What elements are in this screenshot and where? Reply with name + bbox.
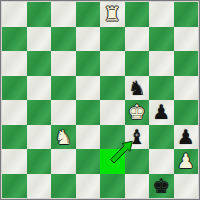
square-b5[interactable] xyxy=(27,76,52,101)
square-f4[interactable]: ♚ xyxy=(125,100,150,125)
square-c4[interactable] xyxy=(51,100,76,125)
square-g6[interactable] xyxy=(149,51,174,76)
square-g4[interactable]: ♟ xyxy=(149,100,174,125)
square-h4[interactable] xyxy=(174,100,199,125)
square-e5[interactable] xyxy=(100,76,125,101)
square-e3[interactable] xyxy=(100,125,125,150)
square-h3[interactable]: ♟ xyxy=(174,125,199,150)
square-b1[interactable] xyxy=(27,174,52,199)
square-f2[interactable] xyxy=(125,149,150,174)
piece-black-pawn[interactable]: ♟ xyxy=(177,127,195,147)
square-c8[interactable] xyxy=(51,2,76,27)
piece-black-knight[interactable]: ♞ xyxy=(128,78,146,98)
square-e8[interactable]: ♜ xyxy=(100,2,125,27)
square-b4[interactable] xyxy=(27,100,52,125)
square-a4[interactable] xyxy=(2,100,27,125)
square-a7[interactable] xyxy=(2,27,27,52)
square-c7[interactable] xyxy=(51,27,76,52)
square-f6[interactable] xyxy=(125,51,150,76)
square-g5[interactable] xyxy=(149,76,174,101)
square-a1[interactable] xyxy=(2,174,27,199)
piece-white-rook[interactable]: ♜ xyxy=(103,4,121,24)
piece-black-bishop[interactable]: ♝ xyxy=(128,127,146,147)
square-b3[interactable] xyxy=(27,125,52,150)
square-h7[interactable] xyxy=(174,27,199,52)
square-a5[interactable] xyxy=(2,76,27,101)
square-f5[interactable]: ♞ xyxy=(125,76,150,101)
square-e1[interactable] xyxy=(100,174,125,199)
square-d6[interactable] xyxy=(76,51,101,76)
square-d3[interactable] xyxy=(76,125,101,150)
square-f3[interactable]: ♝ xyxy=(125,125,150,150)
square-a3[interactable] xyxy=(2,125,27,150)
piece-black-pawn[interactable]: ♟ xyxy=(152,102,170,122)
board-grid: ♜♞♚♟♞♝♟♟♚ xyxy=(2,2,198,198)
square-c6[interactable] xyxy=(51,51,76,76)
chess-board: ♜♞♚♟♞♝♟♟♚ xyxy=(0,0,200,200)
square-b8[interactable] xyxy=(27,2,52,27)
square-c3[interactable]: ♞ xyxy=(51,125,76,150)
piece-white-knight[interactable]: ♞ xyxy=(54,127,72,147)
square-d4[interactable] xyxy=(76,100,101,125)
square-e6[interactable] xyxy=(100,51,125,76)
square-b7[interactable] xyxy=(27,27,52,52)
square-g1[interactable]: ♚ xyxy=(149,174,174,199)
piece-white-pawn[interactable]: ♟ xyxy=(177,151,195,171)
square-d8[interactable] xyxy=(76,2,101,27)
square-e2[interactable] xyxy=(100,149,125,174)
square-b6[interactable] xyxy=(27,51,52,76)
piece-white-king[interactable]: ♚ xyxy=(128,102,146,122)
square-d2[interactable] xyxy=(76,149,101,174)
square-h2[interactable]: ♟ xyxy=(174,149,199,174)
square-e4[interactable] xyxy=(100,100,125,125)
square-g8[interactable] xyxy=(149,2,174,27)
square-g2[interactable] xyxy=(149,149,174,174)
square-a8[interactable] xyxy=(2,2,27,27)
square-b2[interactable] xyxy=(27,149,52,174)
square-h5[interactable] xyxy=(174,76,199,101)
square-a2[interactable] xyxy=(2,149,27,174)
piece-black-king[interactable]: ♚ xyxy=(152,176,170,196)
square-e7[interactable] xyxy=(100,27,125,52)
square-f8[interactable] xyxy=(125,2,150,27)
square-f7[interactable] xyxy=(125,27,150,52)
square-g7[interactable] xyxy=(149,27,174,52)
square-h8[interactable] xyxy=(174,2,199,27)
square-g3[interactable] xyxy=(149,125,174,150)
square-c1[interactable] xyxy=(51,174,76,199)
square-h6[interactable] xyxy=(174,51,199,76)
square-a6[interactable] xyxy=(2,51,27,76)
square-d5[interactable] xyxy=(76,76,101,101)
square-c2[interactable] xyxy=(51,149,76,174)
square-h1[interactable] xyxy=(174,174,199,199)
square-d1[interactable] xyxy=(76,174,101,199)
square-c5[interactable] xyxy=(51,76,76,101)
square-d7[interactable] xyxy=(76,27,101,52)
square-f1[interactable] xyxy=(125,174,150,199)
